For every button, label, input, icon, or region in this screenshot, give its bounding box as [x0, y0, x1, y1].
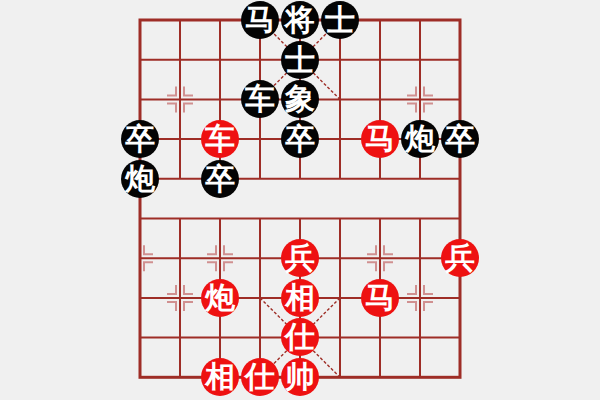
piece-red-elephant[interactable]: 相: [201, 358, 239, 396]
piece-black-advisor[interactable]: 士: [321, 1, 359, 39]
piece-black-horse[interactable]: 马: [241, 1, 279, 39]
piece-black-cannon[interactable]: 炮: [121, 160, 159, 198]
piece-black-elephant[interactable]: 象: [281, 80, 319, 118]
piece-red-soldier[interactable]: 兵: [441, 239, 479, 277]
piece-red-chariot[interactable]: 车: [201, 120, 239, 158]
piece-red-soldier[interactable]: 兵: [281, 239, 319, 277]
piece-black-general[interactable]: 将: [281, 1, 319, 39]
piece-red-advisor[interactable]: 仕: [281, 318, 319, 356]
piece-red-advisor[interactable]: 仕: [241, 358, 279, 396]
piece-black-soldier[interactable]: 卒: [281, 120, 319, 158]
piece-black-chariot[interactable]: 车: [241, 80, 279, 118]
xiangqi-board: 马将士士车象卒车卒马炮卒炮卒兵兵炮相马仕相仕帅: [0, 0, 600, 400]
piece-red-cannon[interactable]: 炮: [201, 279, 239, 317]
piece-layer: 马将士士车象卒车卒马炮卒炮卒兵兵炮相马仕相仕帅: [120, 0, 480, 397]
piece-black-soldier[interactable]: 卒: [121, 120, 159, 158]
piece-black-advisor[interactable]: 士: [281, 41, 319, 79]
piece-black-soldier[interactable]: 卒: [201, 160, 239, 198]
piece-red-general[interactable]: 帅: [281, 358, 319, 396]
piece-black-cannon[interactable]: 炮: [401, 120, 439, 158]
piece-red-horse[interactable]: 马: [361, 120, 399, 158]
piece-red-horse[interactable]: 马: [361, 279, 399, 317]
piece-red-elephant[interactable]: 相: [281, 279, 319, 317]
piece-black-soldier[interactable]: 卒: [441, 120, 479, 158]
